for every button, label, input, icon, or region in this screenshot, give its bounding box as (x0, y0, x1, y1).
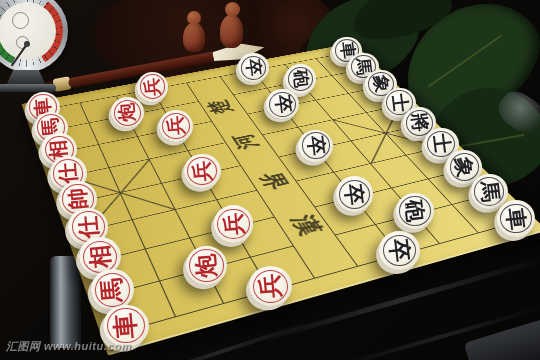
piece-black-cannon[interactable]: 砲 (396, 193, 434, 229)
piece-red-soldier[interactable]: 兵 (214, 205, 253, 242)
piece-glyph: 車 (504, 206, 528, 230)
clay-figurine (181, 10, 207, 52)
piece-red-soldier[interactable]: 兵 (184, 154, 220, 188)
clay-figurine (218, 0, 245, 48)
piece-glyph: 馬 (99, 277, 125, 303)
gauge-base (0, 84, 56, 92)
piece-glyph: 士 (390, 93, 410, 113)
piece-red-cannon[interactable]: 炮 (111, 97, 144, 128)
table-leg (50, 256, 81, 348)
piece-glyph: 兵 (222, 212, 246, 236)
piece-glyph: 車 (112, 312, 140, 340)
gauge-subdial (12, 12, 29, 29)
piece-glyph: 象 (371, 74, 390, 93)
piece-glyph: 仕 (76, 215, 100, 239)
piece-glyph: 炮 (194, 253, 219, 278)
piece-black-soldier[interactable]: 卒 (336, 176, 374, 211)
figurine-body (220, 15, 243, 48)
piece-black-cannon[interactable]: 砲 (285, 64, 316, 93)
piece-glyph: 砲 (403, 199, 427, 223)
piece-red-cannon[interactable]: 炮 (186, 246, 228, 285)
piece-glyph: 兵 (257, 273, 283, 299)
piece-glyph: 卒 (244, 58, 263, 77)
photo-stage: 楚河界漢 汇图网 www.huitu.com 車馬相仕帥仕相馬車炮炮兵兵兵兵兵車… (0, 0, 540, 360)
piece-glyph: 相 (87, 244, 112, 269)
piece-black-soldier[interactable]: 卒 (379, 231, 420, 269)
piece-glyph: 馬 (478, 180, 501, 203)
piece-glyph: 卒 (343, 182, 366, 205)
gauge-needle-cap (24, 41, 30, 47)
figurine-body (183, 23, 205, 52)
piece-red-soldier[interactable]: 兵 (137, 72, 169, 102)
gauge-face (0, 2, 56, 60)
piece-glyph: 卒 (387, 238, 412, 263)
piece-glyph: 將 (409, 112, 430, 133)
piece-glyph: 卒 (272, 94, 292, 114)
piece-glyph: 士 (430, 133, 452, 155)
piece-black-soldier[interactable]: 卒 (238, 53, 268, 82)
piece-glyph: 砲 (291, 69, 310, 88)
piece-glyph: 象 (453, 156, 475, 178)
piece-black-soldier[interactable]: 卒 (266, 89, 299, 120)
piece-glyph: 兵 (191, 160, 213, 182)
piece-glyph: 炮 (117, 103, 137, 123)
piece-red-soldier[interactable]: 兵 (159, 110, 193, 142)
watermark: 汇图网 www.huitu.com (6, 339, 131, 354)
piece-glyph: 兵 (165, 116, 186, 137)
piece-glyph: 卒 (305, 135, 327, 157)
piece-red-soldier[interactable]: 兵 (249, 266, 292, 306)
piece-black-chariot[interactable]: 車 (497, 200, 536, 236)
piece-glyph: 兵 (143, 77, 162, 96)
